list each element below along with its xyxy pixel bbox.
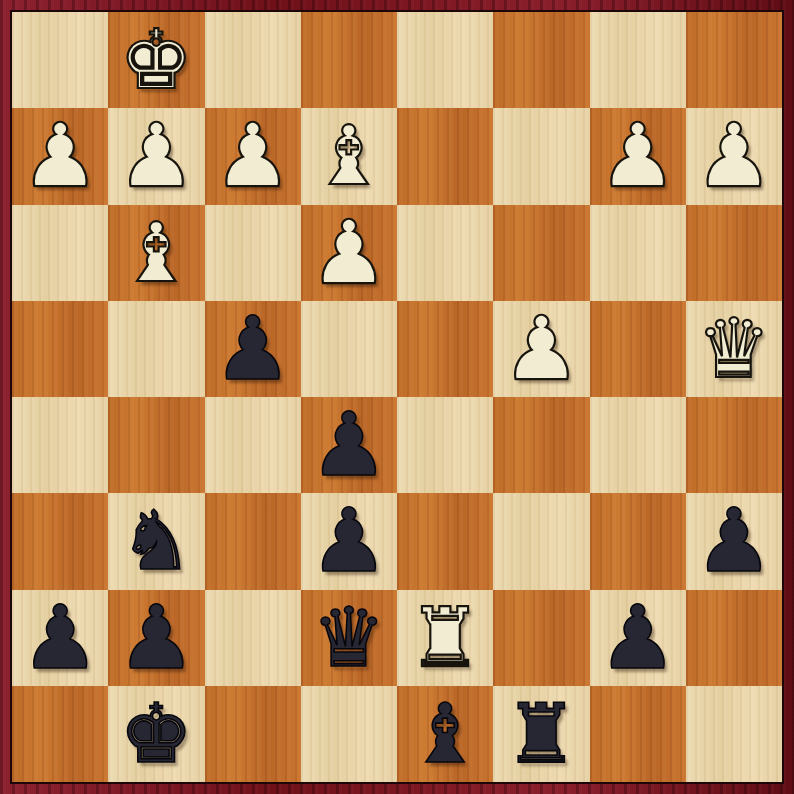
black-bishop[interactable]: ♝ — [408, 693, 482, 775]
square-h6[interactable] — [12, 493, 108, 589]
square-g6[interactable]: ♞ — [108, 493, 204, 589]
black-pawn[interactable]: ♟ — [21, 594, 100, 682]
square-f6[interactable] — [205, 493, 301, 589]
square-a5[interactable] — [686, 397, 782, 493]
square-b4[interactable] — [590, 301, 686, 397]
square-b2[interactable]: ♟ — [590, 108, 686, 204]
square-h8[interactable] — [12, 686, 108, 782]
square-g2[interactable]: ♟ — [108, 108, 204, 204]
white-queen[interactable]: ♛ — [697, 308, 771, 390]
square-d5[interactable] — [397, 397, 493, 493]
square-e1[interactable] — [301, 12, 397, 108]
square-a2[interactable]: ♟ — [686, 108, 782, 204]
black-queen[interactable]: ♛ — [312, 597, 386, 679]
square-g1[interactable]: ♚ — [108, 12, 204, 108]
black-pawn[interactable]: ♟ — [309, 497, 388, 585]
black-rook[interactable]: ♜ — [505, 693, 579, 775]
square-a1[interactable] — [686, 12, 782, 108]
square-f3[interactable] — [205, 205, 301, 301]
square-c6[interactable] — [493, 493, 589, 589]
square-b6[interactable] — [590, 493, 686, 589]
square-f2[interactable]: ♟ — [205, 108, 301, 204]
square-d4[interactable] — [397, 301, 493, 397]
white-bishop[interactable]: ♝ — [312, 115, 386, 197]
black-pawn[interactable]: ♟ — [117, 594, 196, 682]
square-e8[interactable] — [301, 686, 397, 782]
black-pawn[interactable]: ♟ — [213, 305, 292, 393]
square-f7[interactable] — [205, 590, 301, 686]
black-pawn[interactable]: ♟ — [309, 401, 388, 489]
square-b7[interactable]: ♟ — [590, 590, 686, 686]
square-h7[interactable]: ♟ — [12, 590, 108, 686]
square-a6[interactable]: ♟ — [686, 493, 782, 589]
square-d2[interactable] — [397, 108, 493, 204]
square-b3[interactable] — [590, 205, 686, 301]
white-pawn[interactable]: ♟ — [694, 112, 773, 200]
square-a8[interactable] — [686, 686, 782, 782]
square-e5[interactable]: ♟ — [301, 397, 397, 493]
white-pawn[interactable]: ♟ — [598, 112, 677, 200]
black-king[interactable]: ♚ — [120, 693, 194, 775]
square-a7[interactable] — [686, 590, 782, 686]
white-pawn[interactable]: ♟ — [117, 112, 196, 200]
square-d3[interactable] — [397, 205, 493, 301]
square-f1[interactable] — [205, 12, 301, 108]
square-e3[interactable]: ♟ — [301, 205, 397, 301]
white-rook[interactable]: ♜ — [408, 597, 482, 679]
square-a4[interactable]: ♛ — [686, 301, 782, 397]
white-pawn[interactable]: ♟ — [309, 209, 388, 297]
square-c7[interactable] — [493, 590, 589, 686]
black-pawn[interactable]: ♟ — [694, 497, 773, 585]
square-g7[interactable]: ♟ — [108, 590, 204, 686]
square-c2[interactable] — [493, 108, 589, 204]
square-e2[interactable]: ♝ — [301, 108, 397, 204]
square-g3[interactable]: ♝ — [108, 205, 204, 301]
square-f4[interactable]: ♟ — [205, 301, 301, 397]
white-bishop[interactable]: ♝ — [120, 212, 194, 294]
square-c3[interactable] — [493, 205, 589, 301]
board-frame: ♚♟♟♟♝♟♟♝♟♟♟♛♟♞♟♟♟♟♛♜♟♚♝♜ — [0, 0, 794, 794]
white-pawn[interactable]: ♟ — [21, 112, 100, 200]
square-c1[interactable] — [493, 12, 589, 108]
square-d8[interactable]: ♝ — [397, 686, 493, 782]
square-c8[interactable]: ♜ — [493, 686, 589, 782]
square-e4[interactable] — [301, 301, 397, 397]
square-h3[interactable] — [12, 205, 108, 301]
square-h5[interactable] — [12, 397, 108, 493]
square-h4[interactable] — [12, 301, 108, 397]
white-pawn[interactable]: ♟ — [213, 112, 292, 200]
square-d6[interactable] — [397, 493, 493, 589]
square-g4[interactable] — [108, 301, 204, 397]
square-a3[interactable] — [686, 205, 782, 301]
square-b8[interactable] — [590, 686, 686, 782]
square-g5[interactable] — [108, 397, 204, 493]
square-c5[interactable] — [493, 397, 589, 493]
black-knight[interactable]: ♞ — [120, 500, 194, 582]
square-h2[interactable]: ♟ — [12, 108, 108, 204]
square-f8[interactable] — [205, 686, 301, 782]
white-king[interactable]: ♚ — [120, 19, 194, 101]
white-pawn[interactable]: ♟ — [502, 305, 581, 393]
square-f5[interactable] — [205, 397, 301, 493]
square-h1[interactable] — [12, 12, 108, 108]
chess-board: ♚♟♟♟♝♟♟♝♟♟♟♛♟♞♟♟♟♟♛♜♟♚♝♜ — [10, 10, 784, 784]
square-e7[interactable]: ♛ — [301, 590, 397, 686]
square-b1[interactable] — [590, 12, 686, 108]
square-b5[interactable] — [590, 397, 686, 493]
black-pawn[interactable]: ♟ — [598, 594, 677, 682]
square-e6[interactable]: ♟ — [301, 493, 397, 589]
square-g8[interactable]: ♚ — [108, 686, 204, 782]
square-d7[interactable]: ♜ — [397, 590, 493, 686]
square-c4[interactable]: ♟ — [493, 301, 589, 397]
square-d1[interactable] — [397, 12, 493, 108]
